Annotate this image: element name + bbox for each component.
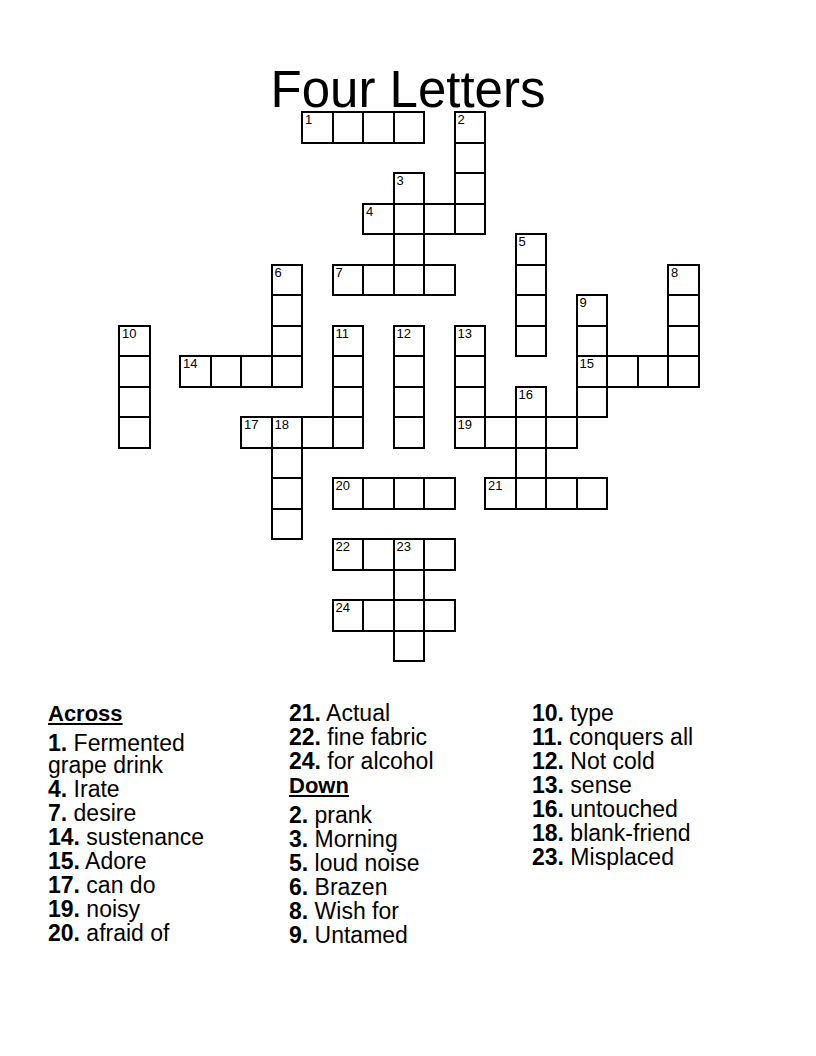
cell-number: 3 [397,174,404,188]
cell-number: 22 [336,540,350,554]
cell-number: 24 [336,601,350,615]
crossword-page: { "game": "crossword", "title": "Four Le… [0,0,816,1056]
grid-cell[interactable]: 15 [576,355,609,388]
grid-cell[interactable] [332,355,365,388]
clue-down-6: 6. Brazen [289,876,504,898]
cell-number: 13 [458,327,472,341]
grid-cell[interactable]: 12 [393,325,426,358]
grid-cell[interactable] [545,416,578,449]
cell-number: 17 [244,418,258,432]
grid-cell[interactable] [667,325,700,358]
clue-down-5: 5. loud noise [289,852,504,874]
clue-column: 21. Actual22. fine fabric24. for alcohol… [289,702,504,948]
clue-across-4: 4. Irate [48,778,208,800]
grid-cell[interactable]: 8 [667,264,700,297]
cell-number: 9 [580,296,587,310]
clue-across-17: 17. can do [48,874,208,896]
grid-cell[interactable] [271,447,304,480]
clue-down-23: 23. Misplaced [532,846,772,868]
cell-number: 18 [275,418,289,432]
grid-cell[interactable] [118,355,151,388]
grid-cell[interactable]: 24 [332,599,365,632]
grid-cell[interactable] [515,447,548,480]
grid-cell[interactable] [240,355,273,388]
grid-cell[interactable] [454,142,487,175]
clue-across-21: 21. Actual [289,702,504,724]
grid-cell[interactable] [271,477,304,510]
crossword-grid: 123456789101112131415161718192021222324 [118,111,700,662]
grid-cell[interactable] [393,111,426,144]
grid-cell[interactable] [637,355,670,388]
grid-cell[interactable]: 9 [576,294,609,327]
grid-cell[interactable] [393,386,426,419]
grid-cell[interactable]: 14 [179,355,212,388]
grid-cell[interactable] [271,325,304,358]
grid-cell[interactable] [210,355,243,388]
cell-number: 4 [366,205,373,219]
cell-number: 10 [122,327,136,341]
grid-cell[interactable]: 7 [332,264,365,297]
cell-number: 15 [580,357,594,371]
clue-across-7: 7. desire [48,802,208,824]
grid-cell[interactable] [393,264,426,297]
grid-cell[interactable] [393,355,426,388]
clue-down-8: 8. Wish for [289,900,504,922]
grid-cell[interactable] [606,355,639,388]
clue-down-2: 2. prank [289,804,504,826]
cell-number: 8 [671,266,678,280]
grid-cell[interactable]: 22 [332,538,365,571]
grid-cell[interactable]: 16 [515,386,548,419]
grid-cell[interactable] [545,477,578,510]
grid-cell[interactable] [454,172,487,205]
grid-cell[interactable] [423,599,456,632]
grid-cell[interactable]: 21 [484,477,517,510]
clue-across-1: 1. Fermented grape drink [48,732,208,776]
cell-number: 20 [336,479,350,493]
grid-cell[interactable] [423,538,456,571]
grid-cell[interactable] [393,233,426,266]
down-header: Down [289,774,504,798]
grid-cell[interactable]: 23 [393,538,426,571]
cell-number: 19 [458,418,472,432]
grid-cell[interactable] [271,294,304,327]
cell-number: 21 [488,479,502,493]
cell-number: 12 [397,327,411,341]
grid-cell[interactable] [454,355,487,388]
cell-number: 2 [458,113,465,127]
grid-cell[interactable]: 19 [454,416,487,449]
grid-cell[interactable] [362,477,395,510]
grid-cell[interactable] [515,264,548,297]
clue-down-9: 9. Untamed [289,924,504,946]
puzzle-title: Four Letters [0,64,816,115]
cell-number: 14 [183,357,197,371]
cell-number: 23 [397,540,411,554]
clue-down-11: 11. conquers all [532,726,772,748]
grid-cell[interactable] [515,477,548,510]
clue-down-18: 18. blank-friend [532,822,772,844]
grid-cell[interactable]: 5 [515,233,548,266]
clue-across-14: 14. sustenance [48,826,208,848]
grid-cell[interactable] [576,325,609,358]
grid-cell[interactable]: 3 [393,172,426,205]
grid-cell[interactable]: 20 [332,477,365,510]
clue-across-20: 20. afraid of [48,922,208,944]
grid-cell[interactable] [423,203,456,236]
grid-cell[interactable] [393,416,426,449]
clue-across-22: 22. fine fabric [289,726,504,748]
grid-cell[interactable] [362,264,395,297]
grid-cell[interactable] [393,203,426,236]
grid-cell[interactable]: 11 [332,325,365,358]
clue-column: Across1. Fermented grape drink4. Irate7.… [48,702,208,946]
grid-cell[interactable]: 2 [454,111,487,144]
grid-cell[interactable] [423,477,456,510]
grid-cell[interactable] [332,416,365,449]
grid-cell[interactable]: 4 [362,203,395,236]
grid-cell[interactable] [271,355,304,388]
grid-cell[interactable] [332,111,365,144]
grid-cell[interactable] [423,264,456,297]
grid-cell[interactable] [393,477,426,510]
grid-cell[interactable]: 17 [240,416,273,449]
grid-cell[interactable] [667,294,700,327]
grid-cell[interactable] [393,630,426,663]
grid-cell[interactable]: 18 [271,416,304,449]
across-header: Across [48,702,208,726]
grid-cell[interactable] [576,477,609,510]
cell-number: 5 [519,235,526,249]
clue-down-13: 13. sense [532,774,772,796]
cell-number: 11 [336,327,350,341]
grid-cell[interactable] [515,325,548,358]
clue-down-16: 16. untouched [532,798,772,820]
grid-cell[interactable]: 10 [118,325,151,358]
grid-cell[interactable] [576,386,609,419]
grid-cell[interactable] [515,416,548,449]
grid-cell[interactable] [454,203,487,236]
clue-column: 10. type11. conquers all12. Not cold13. … [532,702,772,870]
grid-cell[interactable] [118,416,151,449]
clue-across-24: 24. for alcohol [289,750,504,772]
grid-cell[interactable] [362,111,395,144]
clue-across-15: 15. Adore [48,850,208,872]
grid-cell[interactable] [393,599,426,632]
grid-cell[interactable] [362,538,395,571]
grid-cell[interactable]: 6 [271,264,304,297]
grid-cell[interactable] [118,386,151,419]
grid-cell[interactable] [515,294,548,327]
grid-cell[interactable] [393,569,426,602]
cell-number: 1 [305,113,312,127]
cell-number: 16 [519,388,533,402]
clue-across-19: 19. noisy [48,898,208,920]
grid-cell[interactable] [271,508,304,541]
grid-cell[interactable] [362,599,395,632]
clue-down-12: 12. Not cold [532,750,772,772]
grid-cell[interactable] [332,386,365,419]
grid-cell[interactable] [301,416,334,449]
grid-cell[interactable] [667,355,700,388]
clue-down-10: 10. type [532,702,772,724]
grid-cell[interactable]: 13 [454,325,487,358]
grid-cell[interactable]: 1 [301,111,334,144]
grid-cell[interactable] [454,386,487,419]
grid-cell[interactable] [484,416,517,449]
clue-down-3: 3. Morning [289,828,504,850]
cell-number: 7 [336,266,343,280]
cell-number: 6 [275,266,282,280]
